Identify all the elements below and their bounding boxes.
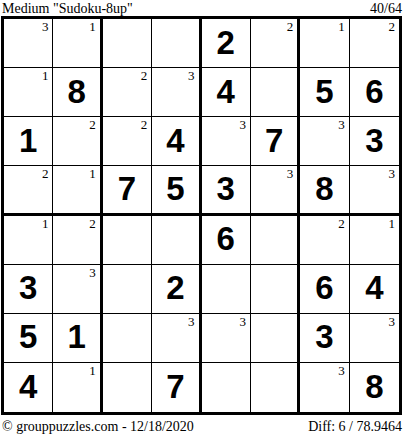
cell-r4c7: 8 <box>300 166 349 215</box>
cell-r7c5: 3 <box>202 314 251 363</box>
cell-r3c1: 1 <box>4 117 53 166</box>
given-digit: 4 <box>365 271 383 304</box>
given-digit: 6 <box>315 271 333 304</box>
cell-r7c4: 3 <box>152 314 201 363</box>
copyright-date: © grouppuzzles.com - 12/18/2020 <box>2 419 194 434</box>
cell-r6c8: 4 <box>350 265 399 314</box>
cell-r6c6 <box>251 265 300 314</box>
cell-r5c5: 6 <box>202 216 251 265</box>
given-digit: 7 <box>166 370 184 403</box>
sudoku-board: 3122121823456122437332175338312621332645… <box>1 16 402 415</box>
cell-r7c8: 3 <box>350 314 399 363</box>
given-digit: 7 <box>265 124 283 157</box>
cell-r4c5: 3 <box>202 166 251 215</box>
header: Medium "Sudoku-8up" 40/64 <box>0 0 403 16</box>
pencil-mark: 1 <box>389 217 396 231</box>
cell-r5c6 <box>251 216 300 265</box>
given-digit: 4 <box>166 124 184 157</box>
given-digit: 3 <box>315 320 333 353</box>
cell-r1c8: 2 <box>350 19 399 68</box>
pencil-mark: 2 <box>389 20 396 34</box>
cell-r6c7: 6 <box>300 265 349 314</box>
given-digit: 1 <box>67 320 85 353</box>
puzzle-title: Medium "Sudoku-8up" <box>2 2 133 16</box>
given-digit: 5 <box>315 75 333 108</box>
pencil-mark: 3 <box>89 266 96 280</box>
cell-r3c5: 3 <box>202 117 251 166</box>
cell-r3c2: 2 <box>53 117 102 166</box>
cell-r8c2: 1 <box>53 363 102 412</box>
cell-r7c1: 5 <box>4 314 53 363</box>
pencil-mark: 3 <box>338 118 345 132</box>
given-digit: 6 <box>217 222 235 255</box>
cell-r3c6: 7 <box>251 117 300 166</box>
given-digit: 5 <box>19 320 37 353</box>
cell-r1c3 <box>103 19 152 68</box>
difficulty-rating: Diff: 6 / 78.9464 <box>308 419 402 434</box>
cell-r1c7: 1 <box>300 19 349 68</box>
cell-r8c3 <box>103 363 152 412</box>
cell-r2c6 <box>251 68 300 117</box>
cell-r8c6 <box>251 363 300 412</box>
given-digit: 4 <box>19 370 37 403</box>
given-digit: 3 <box>365 124 383 157</box>
given-digit: 2 <box>217 26 235 59</box>
cell-r2c2: 8 <box>53 68 102 117</box>
pencil-mark: 1 <box>42 217 49 231</box>
cell-r4c4: 5 <box>152 166 201 215</box>
cell-r1c1: 3 <box>4 19 53 68</box>
cell-r1c5: 2 <box>202 19 251 68</box>
given-digit: 2 <box>166 271 184 304</box>
pencil-mark: 1 <box>89 364 96 378</box>
pencil-mark: 3 <box>338 364 345 378</box>
pencil-mark: 2 <box>141 118 148 132</box>
pencil-mark: 2 <box>141 69 148 83</box>
cell-r8c1: 4 <box>4 363 53 412</box>
cell-r7c6 <box>251 314 300 363</box>
pencil-mark: 2 <box>42 167 49 181</box>
progress-counter: 40/64 <box>370 2 402 16</box>
puzzle-page: Medium "Sudoku-8up" 40/64 31221218234561… <box>0 0 403 437</box>
cell-r2c7: 5 <box>300 68 349 117</box>
pencil-mark: 3 <box>42 20 49 34</box>
cell-r3c8: 3 <box>350 117 399 166</box>
cell-r5c1: 1 <box>4 216 53 265</box>
cell-r1c4 <box>152 19 201 68</box>
cell-r7c3 <box>103 314 152 363</box>
cell-r4c6: 3 <box>251 166 300 215</box>
cell-r7c7: 3 <box>300 314 349 363</box>
cell-r6c1: 3 <box>4 265 53 314</box>
given-digit: 6 <box>365 75 383 108</box>
cell-r3c7: 3 <box>300 117 349 166</box>
given-digit: 8 <box>67 75 85 108</box>
pencil-mark: 2 <box>287 20 294 34</box>
cell-r5c8: 1 <box>350 216 399 265</box>
pencil-mark: 1 <box>42 69 49 83</box>
cell-r2c1: 1 <box>4 68 53 117</box>
pencil-mark: 1 <box>89 20 96 34</box>
pencil-mark: 2 <box>338 217 345 231</box>
cell-r5c4 <box>152 216 201 265</box>
cell-r8c7: 3 <box>300 363 349 412</box>
pencil-mark: 3 <box>239 315 246 329</box>
cell-r7c2: 1 <box>53 314 102 363</box>
pencil-mark: 2 <box>89 118 96 132</box>
cell-r3c4: 4 <box>152 117 201 166</box>
given-digit: 5 <box>166 172 184 205</box>
cell-r1c6: 2 <box>251 19 300 68</box>
cell-r2c8: 6 <box>350 68 399 117</box>
pencil-mark: 2 <box>89 217 96 231</box>
cell-r2c3: 2 <box>103 68 152 117</box>
cell-r2c5: 4 <box>202 68 251 117</box>
cell-r4c8: 3 <box>350 166 399 215</box>
pencil-mark: 3 <box>188 69 195 83</box>
cell-r5c7: 2 <box>300 216 349 265</box>
cell-r5c2: 2 <box>53 216 102 265</box>
cell-r8c5 <box>202 363 251 412</box>
cell-r4c1: 2 <box>4 166 53 215</box>
cell-r4c3: 7 <box>103 166 152 215</box>
given-digit: 4 <box>217 75 235 108</box>
cell-r2c4: 3 <box>152 68 201 117</box>
pencil-mark: 1 <box>338 20 345 34</box>
cell-r4c2: 1 <box>53 166 102 215</box>
cell-r8c4: 7 <box>152 363 201 412</box>
cell-r8c8: 8 <box>350 363 399 412</box>
given-digit: 3 <box>19 271 37 304</box>
given-digit: 8 <box>315 172 333 205</box>
given-digit: 7 <box>118 172 136 205</box>
pencil-mark: 3 <box>188 315 195 329</box>
cell-r5c3 <box>103 216 152 265</box>
cell-r6c5 <box>202 265 251 314</box>
pencil-mark: 3 <box>389 315 396 329</box>
cell-r6c4: 2 <box>152 265 201 314</box>
cell-r1c2: 1 <box>53 19 102 68</box>
cell-r6c3 <box>103 265 152 314</box>
pencil-mark: 3 <box>389 167 396 181</box>
cell-r6c2: 3 <box>53 265 102 314</box>
pencil-mark: 1 <box>89 167 96 181</box>
cell-r3c3: 2 <box>103 117 152 166</box>
pencil-mark: 3 <box>239 118 246 132</box>
given-digit: 3 <box>217 172 235 205</box>
pencil-mark: 3 <box>287 167 294 181</box>
given-digit: 8 <box>365 370 383 403</box>
given-digit: 1 <box>19 124 37 157</box>
footer: © grouppuzzles.com - 12/18/2020 Diff: 6 … <box>0 415 403 434</box>
